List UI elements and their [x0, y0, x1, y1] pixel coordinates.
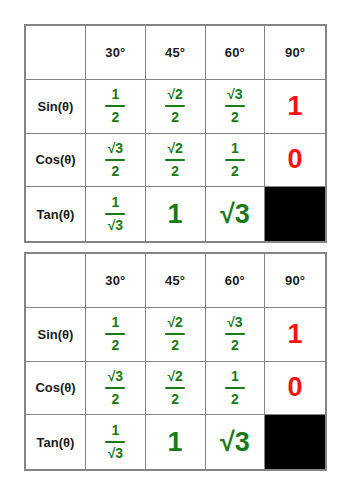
- fraction-bar: [165, 159, 185, 161]
- fraction-bar: [105, 159, 125, 161]
- fraction: 1 2: [105, 87, 125, 124]
- row-label-tan: Tan(θ): [26, 415, 86, 469]
- fraction-bar: [105, 333, 125, 335]
- fraction-bar: [165, 333, 185, 335]
- fraction: √3 2: [105, 141, 125, 178]
- cell-cos-90: 0: [265, 134, 325, 188]
- fraction-bar: [165, 105, 185, 107]
- fraction-bar: [105, 387, 125, 389]
- cell-sin-30: 1 2: [86, 80, 146, 134]
- fraction-numerator: √2: [167, 141, 182, 156]
- fraction-denominator: 2: [171, 392, 179, 407]
- fraction-denominator: 2: [231, 110, 239, 125]
- fraction-denominator: 2: [111, 392, 119, 407]
- fraction: 1 2: [225, 141, 245, 178]
- fraction-denominator: 2: [111, 110, 119, 125]
- col-header-60: 60°: [206, 26, 266, 80]
- col-header-30: 30°: [86, 254, 146, 308]
- cell-cos-45: √2 2: [146, 362, 206, 416]
- cell-tan-60: √3: [206, 415, 266, 469]
- fraction: √3 2: [225, 315, 245, 352]
- fraction-denominator: 2: [171, 110, 179, 125]
- fraction-numerator: 1: [111, 423, 119, 438]
- fraction-denominator: 2: [231, 392, 239, 407]
- col-header-45: 45°: [146, 254, 206, 308]
- fraction-denominator: 2: [231, 164, 239, 179]
- col-header-45: 45°: [146, 26, 206, 80]
- cell-sin-30: 1 2: [86, 308, 146, 362]
- trig-table-bottom: 30° 45° 60° 90° Sin(θ) 1 2 √2 2 √3 2: [24, 252, 327, 471]
- fraction-numerator: √2: [167, 315, 182, 330]
- cell-tan-30: 1 √3: [86, 187, 146, 241]
- cell-tan-45: 1: [146, 187, 206, 241]
- cell-cos-60: 1 2: [206, 134, 266, 188]
- fraction-numerator: √3: [108, 141, 123, 156]
- col-header-90: 90°: [265, 254, 325, 308]
- cell-sin-60: √3 2: [206, 308, 266, 362]
- fraction-denominator: 2: [111, 164, 119, 179]
- cell-sin-90: 1: [265, 80, 325, 134]
- fraction-numerator: √3: [108, 369, 123, 384]
- fraction-denominator: 2: [171, 338, 179, 353]
- fraction-bar: [165, 387, 185, 389]
- cell-tan-90-undefined: [265, 415, 325, 469]
- trig-table-top: 30° 45° 60° 90° Sin(θ) 1 2 √2 2 √3 2: [24, 24, 327, 243]
- cell-cos-30: √3 2: [86, 362, 146, 416]
- row-label-sin: Sin(θ): [26, 308, 86, 362]
- fraction: √3 2: [225, 87, 245, 124]
- fraction-numerator: 1: [111, 87, 119, 102]
- cell-cos-30: √3 2: [86, 134, 146, 188]
- fraction-denominator: 2: [171, 164, 179, 179]
- fraction-bar: [105, 105, 125, 107]
- fraction: √2 2: [165, 87, 185, 124]
- corner-cell: [26, 254, 86, 308]
- fraction: √2 2: [165, 141, 185, 178]
- fraction-bar: [105, 441, 125, 443]
- fraction-bar: [225, 387, 245, 389]
- fraction: √3 2: [105, 369, 125, 406]
- cell-sin-60: √3 2: [206, 80, 266, 134]
- fraction-numerator: √3: [227, 315, 242, 330]
- fraction-denominator: √3: [108, 218, 123, 233]
- fraction-numerator: √3: [227, 87, 242, 102]
- cell-cos-90: 0: [265, 362, 325, 416]
- fraction-bar: [225, 105, 245, 107]
- page: 30° 45° 60° 90° Sin(θ) 1 2 √2 2 √3 2: [0, 0, 354, 500]
- fraction-numerator: 1: [111, 195, 119, 210]
- cell-tan-30: 1 √3: [86, 415, 146, 469]
- col-header-90: 90°: [265, 26, 325, 80]
- col-header-60: 60°: [206, 254, 266, 308]
- row-label-cos: Cos(θ): [26, 134, 86, 188]
- fraction-numerator: 1: [111, 315, 119, 330]
- fraction: 1 √3: [105, 423, 125, 460]
- fraction-denominator: √3: [108, 446, 123, 461]
- cell-sin-45: √2 2: [146, 80, 206, 134]
- fraction-numerator: 1: [231, 369, 239, 384]
- fraction: √2 2: [165, 315, 185, 352]
- cell-cos-45: √2 2: [146, 134, 206, 188]
- fraction-bar: [225, 159, 245, 161]
- fraction-denominator: 2: [231, 338, 239, 353]
- cell-sin-90: 1: [265, 308, 325, 362]
- fraction-numerator: √2: [167, 369, 182, 384]
- corner-cell: [26, 26, 86, 80]
- cell-tan-45: 1: [146, 415, 206, 469]
- fraction: 1 2: [105, 315, 125, 352]
- fraction-bar: [225, 333, 245, 335]
- cell-tan-60: √3: [206, 187, 266, 241]
- row-label-cos: Cos(θ): [26, 362, 86, 416]
- cell-sin-45: √2 2: [146, 308, 206, 362]
- fraction: √2 2: [165, 369, 185, 406]
- row-label-sin: Sin(θ): [26, 80, 86, 134]
- cell-cos-60: 1 2: [206, 362, 266, 416]
- fraction: 1 2: [225, 369, 245, 406]
- cell-tan-90-undefined: [265, 187, 325, 241]
- fraction-denominator: 2: [111, 338, 119, 353]
- col-header-30: 30°: [86, 26, 146, 80]
- fraction-numerator: 1: [231, 141, 239, 156]
- fraction-bar: [105, 213, 125, 215]
- row-label-tan: Tan(θ): [26, 187, 86, 241]
- fraction: 1 √3: [105, 195, 125, 232]
- fraction-numerator: √2: [167, 87, 182, 102]
